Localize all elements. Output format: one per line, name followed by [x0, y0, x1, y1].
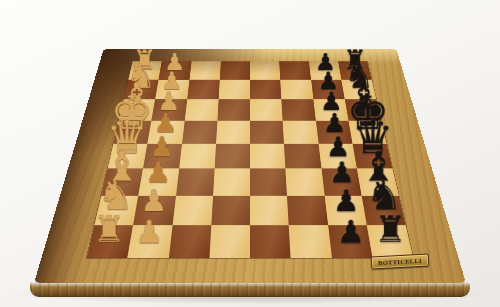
square-d4 [214, 144, 250, 169]
plaque-label: BOTTICELLI [378, 257, 422, 266]
photo-background: ♜♟♟♜♞♟♟♞♝♟♟♝♚♟♟♚♛♟♟♛♝♟♟♝♞♟♟♞♜♟♟♜ BOTTICE… [0, 0, 500, 307]
chess-board: ♜♟♟♜♞♟♟♞♝♟♟♝♚♟♟♚♛♟♟♛♝♟♟♝♞♟♟♞♜♟♟♜ [34, 49, 466, 283]
square-c4 [213, 169, 250, 196]
square-a4 [209, 225, 250, 258]
board-grid: ♜♟♟♜♞♟♟♞♝♟♟♝♚♟♟♚♛♟♟♛♝♟♟♝♞♟♟♞♜♟♟♜ [87, 61, 413, 258]
square-f4 [217, 99, 250, 120]
board-front-edge [30, 282, 470, 297]
white-pawn-a2: ♟ [112, 216, 188, 247]
square-e4 [216, 121, 250, 144]
square-d5 [250, 144, 286, 169]
square-a2: ♟ [128, 225, 173, 258]
square-f5 [250, 99, 283, 120]
square-h5 [250, 61, 280, 79]
square-b5 [250, 196, 289, 226]
square-a8: ♜ [367, 225, 413, 258]
black-rook-a8: ♜ [353, 211, 429, 247]
square-g4 [218, 80, 250, 100]
square-a5 [250, 225, 291, 258]
square-h4 [220, 61, 250, 79]
square-e5 [250, 121, 284, 144]
square-g5 [250, 80, 282, 100]
square-c5 [250, 169, 287, 196]
square-b4 [211, 196, 250, 226]
